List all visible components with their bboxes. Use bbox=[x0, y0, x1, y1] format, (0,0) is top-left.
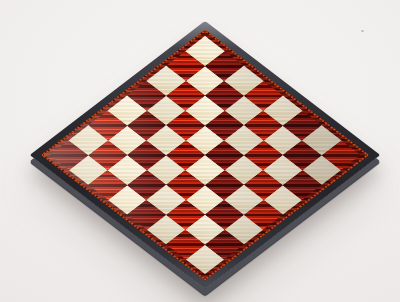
photo-background bbox=[0, 0, 400, 302]
board-grid bbox=[49, 36, 360, 274]
board-field bbox=[41, 30, 369, 281]
chessboard bbox=[30, 21, 381, 289]
dust-speck bbox=[361, 30, 364, 32]
board-frame bbox=[30, 21, 381, 289]
